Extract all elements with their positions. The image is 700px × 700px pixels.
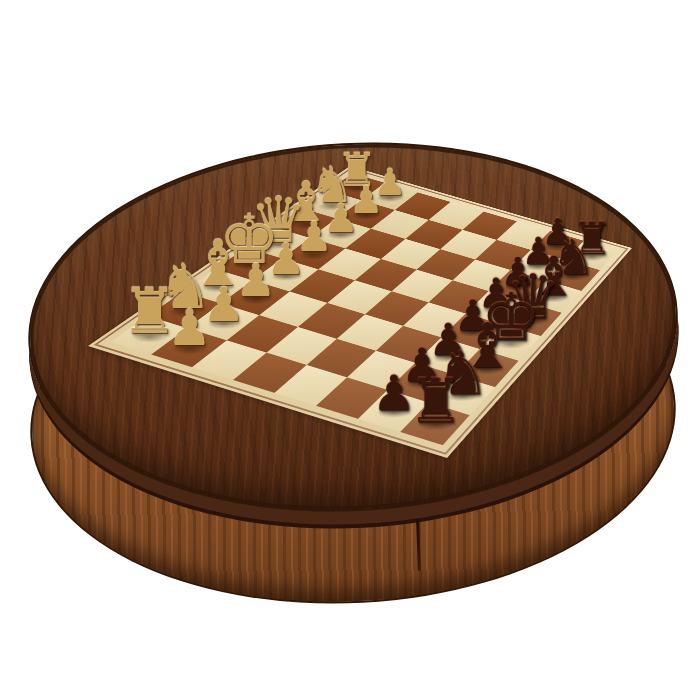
chess-set-photo: ♜♞♝♛♚♝♞♜♟♟♟♟♟♟♟♟♟♟♟♟♟♟♟♟♜♞♝♛♚♝♞♜: [0, 0, 700, 700]
piece-white-pawn-h2: ♟: [167, 305, 211, 355]
piece-black-rook-h8: ♜: [408, 371, 463, 432]
